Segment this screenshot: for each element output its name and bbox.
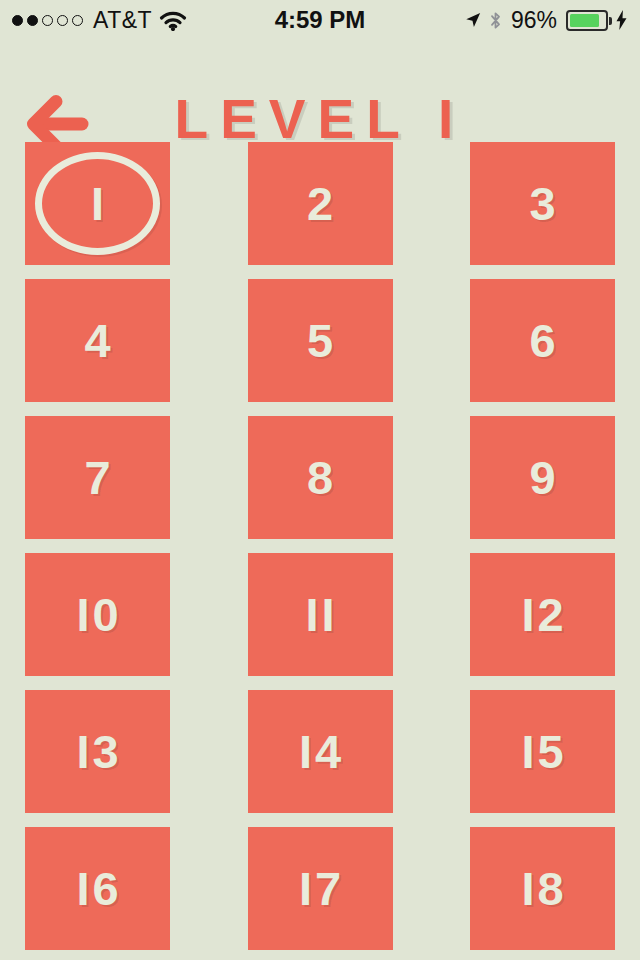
level-number: I6 [76,865,121,912]
level-number: 8 [307,454,336,501]
cell-signal-icon [12,15,83,26]
battery-icon [566,10,608,31]
level-number: 3 [529,180,558,227]
level-tile-10[interactable]: I0 [25,553,170,676]
level-tile-14[interactable]: I4 [248,690,393,813]
signal-dot [27,15,38,26]
level-number: I5 [521,728,566,775]
level-tile-12[interactable]: I2 [470,553,615,676]
level-tile-4[interactable]: 4 [25,279,170,402]
level-tile-16[interactable]: I6 [25,827,170,950]
level-grid: I23456789I0III2I3I4I5I6I7I8 [25,142,615,950]
level-tile-9[interactable]: 9 [470,416,615,539]
status-bar: AT&T 4:59 PM 96% [0,0,640,40]
level-tile-1[interactable]: I [25,142,170,265]
level-number: 2 [307,180,336,227]
battery-fill [570,14,599,27]
level-number: 4 [84,317,113,364]
status-left: AT&T [12,7,187,34]
level-number: I0 [76,591,121,638]
page-title: LEVEL I [0,92,640,147]
level-tile-17[interactable]: I7 [248,827,393,950]
wifi-icon [159,10,187,31]
level-tile-2[interactable]: 2 [248,142,393,265]
bluetooth-icon [489,11,502,30]
level-tile-11[interactable]: II [248,553,393,676]
level-number: I3 [76,728,121,775]
carrier-label: AT&T [93,7,152,34]
level-number: I7 [299,865,344,912]
level-number: I4 [299,728,344,775]
charging-icon [615,10,628,30]
status-right: 96% [464,7,628,34]
level-number: 5 [307,317,336,364]
app-screen: AT&T 4:59 PM 96% [0,0,640,960]
battery-percent-label: 96% [511,7,557,34]
level-number: II [305,591,337,638]
level-number: 7 [84,454,113,501]
level-tile-3[interactable]: 3 [470,142,615,265]
level-number: 6 [529,317,558,364]
level-tile-8[interactable]: 8 [248,416,393,539]
header: LEVEL I [0,40,640,142]
level-tile-7[interactable]: 7 [25,416,170,539]
signal-dot [12,15,23,26]
signal-dot [42,15,53,26]
level-number: I2 [521,591,566,638]
level-tile-18[interactable]: I8 [470,827,615,950]
level-tile-13[interactable]: I3 [25,690,170,813]
level-tile-6[interactable]: 6 [470,279,615,402]
level-tile-15[interactable]: I5 [470,690,615,813]
location-icon [464,11,482,29]
level-number: I8 [521,865,566,912]
level-number: 9 [529,454,558,501]
signal-dot [57,15,68,26]
signal-dot [72,15,83,26]
selected-level-ring [35,152,160,255]
level-tile-5[interactable]: 5 [248,279,393,402]
battery-nub [609,17,613,25]
